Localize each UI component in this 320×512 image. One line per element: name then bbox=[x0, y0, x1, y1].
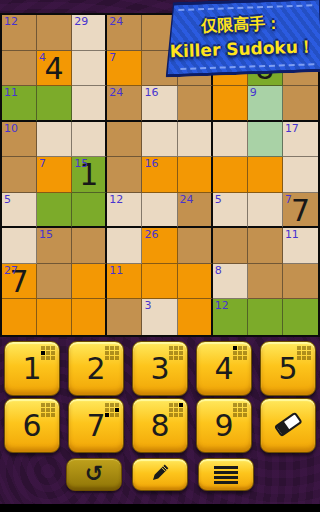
cell-r7c8[interactable] bbox=[248, 228, 283, 264]
cell-r9c4[interactable] bbox=[107, 299, 142, 335]
digit-label: 8 bbox=[150, 411, 169, 441]
cell-r8c9[interactable] bbox=[283, 264, 318, 300]
digit-button-3[interactable]: 3 bbox=[132, 341, 188, 396]
cell-r4c5[interactable] bbox=[142, 122, 177, 158]
cage-sum: 5 bbox=[4, 193, 11, 206]
digit-button-7[interactable]: 7 bbox=[68, 398, 124, 453]
digit-button-9[interactable]: 9 bbox=[196, 398, 252, 453]
cell-r9c1[interactable] bbox=[2, 299, 37, 335]
pencil-button[interactable] bbox=[132, 458, 188, 491]
placed-boxes-indicator bbox=[105, 346, 119, 360]
cell-r9c9[interactable] bbox=[283, 299, 318, 335]
cage-sum: 12 bbox=[4, 15, 18, 28]
cell-r6c9[interactable]: 77 bbox=[283, 193, 318, 229]
cell-value: 4 bbox=[45, 52, 64, 84]
keypad-row-1: 12345 bbox=[0, 341, 320, 396]
cell-r9c3[interactable] bbox=[72, 299, 107, 335]
placed-boxes-indicator bbox=[233, 403, 247, 417]
cell-r3c6[interactable] bbox=[178, 86, 213, 122]
cell-r7c3[interactable] bbox=[72, 228, 107, 264]
cage-sum: 12 bbox=[109, 193, 123, 206]
cell-r5c2[interactable]: 7 bbox=[37, 157, 72, 193]
cell-r9c5[interactable]: 3 bbox=[142, 299, 177, 335]
cell-r1c3[interactable]: 29 bbox=[72, 15, 107, 51]
cell-r6c5[interactable] bbox=[142, 193, 177, 229]
cell-r3c2[interactable] bbox=[37, 86, 72, 122]
cell-r3c8[interactable]: 9 bbox=[248, 86, 283, 122]
cage-sum: 11 bbox=[109, 264, 123, 277]
cell-r8c4[interactable]: 11 bbox=[107, 264, 142, 300]
cell-r1c2[interactable] bbox=[37, 15, 72, 51]
cell-r3c9[interactable] bbox=[283, 86, 318, 122]
cell-r7c6[interactable] bbox=[178, 228, 213, 264]
cage-sum: 24 bbox=[109, 86, 123, 99]
cell-r5c8[interactable] bbox=[248, 157, 283, 193]
cell-r9c2[interactable] bbox=[37, 299, 72, 335]
cell-r5c1[interactable] bbox=[2, 157, 37, 193]
cell-r3c5[interactable]: 16 bbox=[142, 86, 177, 122]
cage-sum: 24 bbox=[180, 193, 194, 206]
cell-r1c4[interactable]: 24 bbox=[107, 15, 142, 51]
digit-button-1[interactable]: 1 bbox=[4, 341, 60, 396]
cell-r2c2[interactable]: 44 bbox=[37, 51, 72, 87]
cell-r5c5[interactable]: 16 bbox=[142, 157, 177, 193]
cage-sum: 7 bbox=[285, 193, 292, 206]
cell-r6c2[interactable] bbox=[37, 193, 72, 229]
cell-r2c3[interactable] bbox=[72, 51, 107, 87]
cell-value: 7 bbox=[291, 194, 310, 226]
cell-r4c6[interactable] bbox=[178, 122, 213, 158]
cage-sum: 5 bbox=[215, 193, 222, 206]
undo-button[interactable]: ↺ bbox=[66, 458, 122, 491]
cell-r4c2[interactable] bbox=[37, 122, 72, 158]
digit-label: 6 bbox=[22, 411, 41, 441]
digit-label: 4 bbox=[214, 354, 233, 384]
cage-sum: 11 bbox=[285, 228, 299, 241]
cell-r4c4[interactable] bbox=[107, 122, 142, 158]
digit-label: 1 bbox=[22, 354, 41, 384]
cage-sum: 4 bbox=[39, 51, 46, 64]
promo-banner[interactable]: 仅限高手： Killer Sudoku！ bbox=[159, 0, 320, 78]
digit-label: 2 bbox=[86, 354, 105, 384]
undo-icon: ↺ bbox=[85, 463, 103, 485]
toolbar: ↺ bbox=[0, 458, 320, 491]
cage-sum: 8 bbox=[215, 264, 222, 277]
banner-dashed-line-bottom bbox=[180, 63, 314, 70]
placed-boxes-indicator bbox=[41, 346, 55, 360]
menu-icon bbox=[214, 466, 238, 484]
digit-label: 3 bbox=[150, 354, 169, 384]
digit-label: 5 bbox=[278, 354, 297, 384]
placed-boxes-indicator bbox=[169, 346, 183, 360]
cell-r6c6[interactable]: 24 bbox=[178, 193, 213, 229]
digit-button-5[interactable]: 5 bbox=[260, 341, 316, 396]
cell-r7c1[interactable] bbox=[2, 228, 37, 264]
keypad-row-2: 6789 bbox=[0, 398, 320, 453]
cage-sum: 16 bbox=[144, 157, 158, 170]
cage-sum: 27 bbox=[4, 264, 18, 277]
cell-r8c3[interactable] bbox=[72, 264, 107, 300]
cage-sum: 15 bbox=[74, 157, 88, 170]
cage-sum: 29 bbox=[74, 15, 88, 28]
cell-r6c3[interactable] bbox=[72, 193, 107, 229]
placed-boxes-indicator bbox=[233, 346, 247, 360]
digit-button-2[interactable]: 2 bbox=[68, 341, 124, 396]
cage-sum: 9 bbox=[250, 86, 257, 99]
cell-r6c4[interactable]: 12 bbox=[107, 193, 142, 229]
cell-r5c7[interactable] bbox=[213, 157, 248, 193]
cell-r7c7[interactable] bbox=[213, 228, 248, 264]
cell-r8c7[interactable]: 8 bbox=[213, 264, 248, 300]
cell-r2c1[interactable] bbox=[2, 51, 37, 87]
cell-r6c1[interactable]: 5 bbox=[2, 193, 37, 229]
cell-r9c6[interactable] bbox=[178, 299, 213, 335]
promo-banner-body: 仅限高手： Killer Sudoku！ bbox=[162, 0, 320, 74]
cell-r5c4[interactable] bbox=[107, 157, 142, 193]
cell-r9c8[interactable] bbox=[248, 299, 283, 335]
banner-dashed-line-top bbox=[178, 4, 312, 11]
cell-r3c3[interactable] bbox=[72, 86, 107, 122]
menu-button[interactable] bbox=[198, 458, 254, 491]
cage-sum: 11 bbox=[4, 86, 18, 99]
cage-sum: 15 bbox=[39, 228, 53, 241]
cage-sum: 3 bbox=[144, 299, 151, 312]
pencil-icon bbox=[150, 463, 170, 487]
cage-sum: 7 bbox=[39, 157, 46, 170]
placed-boxes-indicator bbox=[297, 346, 311, 360]
cage-sum: 17 bbox=[285, 122, 299, 135]
cell-r6c8[interactable] bbox=[248, 193, 283, 229]
cell-r4c3[interactable] bbox=[72, 122, 107, 158]
cell-r1c1[interactable]: 12 bbox=[2, 15, 37, 51]
cell-r5c6[interactable] bbox=[178, 157, 213, 193]
placed-boxes-indicator bbox=[105, 403, 119, 417]
bottom-bar bbox=[0, 504, 320, 512]
cage-sum: 12 bbox=[215, 299, 229, 312]
cell-r4c9[interactable]: 17 bbox=[283, 122, 318, 158]
cell-r8c5[interactable] bbox=[142, 264, 177, 300]
eraser-button[interactable] bbox=[260, 398, 316, 453]
digit-button-4[interactable]: 4 bbox=[196, 341, 252, 396]
digit-button-6[interactable]: 6 bbox=[4, 398, 60, 453]
placed-boxes-indicator bbox=[41, 403, 55, 417]
cell-r7c9[interactable]: 11 bbox=[283, 228, 318, 264]
cage-sum: 10 bbox=[4, 122, 18, 135]
cell-r3c7[interactable] bbox=[213, 86, 248, 122]
cell-r8c8[interactable] bbox=[248, 264, 283, 300]
digit-button-8[interactable]: 8 bbox=[132, 398, 188, 453]
cell-r7c4[interactable] bbox=[107, 228, 142, 264]
banner-text-en: Killer Sudoku！ bbox=[169, 35, 315, 63]
cell-r8c2[interactable] bbox=[37, 264, 72, 300]
cell-r3c1[interactable]: 11 bbox=[2, 86, 37, 122]
placed-boxes-indicator bbox=[169, 403, 183, 417]
cell-r9c7[interactable]: 12 bbox=[213, 299, 248, 335]
cell-r3c4[interactable]: 24 bbox=[107, 86, 142, 122]
cell-r5c3[interactable]: 151 bbox=[72, 157, 107, 193]
cell-r7c2[interactable]: 15 bbox=[37, 228, 72, 264]
cell-r2c4[interactable]: 7 bbox=[107, 51, 142, 87]
cage-sum: 26 bbox=[144, 228, 158, 241]
cage-sum: 16 bbox=[144, 86, 158, 99]
digit-label: 7 bbox=[86, 411, 105, 441]
cell-r7c5[interactable]: 26 bbox=[142, 228, 177, 264]
cell-r4c1[interactable]: 10 bbox=[2, 122, 37, 158]
eraser-icon bbox=[273, 411, 303, 441]
cage-sum: 24 bbox=[109, 15, 123, 28]
digit-label: 9 bbox=[214, 411, 233, 441]
cell-r4c7[interactable] bbox=[213, 122, 248, 158]
cell-r5c9[interactable] bbox=[283, 157, 318, 193]
cell-r8c1[interactable]: 277 bbox=[2, 264, 37, 300]
cell-r6c7[interactable]: 5 bbox=[213, 193, 248, 229]
cage-sum: 7 bbox=[109, 51, 116, 64]
cell-r8c6[interactable] bbox=[178, 264, 213, 300]
cell-r4c8[interactable] bbox=[248, 122, 283, 158]
banner-text-cn: 仅限高手： bbox=[201, 13, 282, 37]
